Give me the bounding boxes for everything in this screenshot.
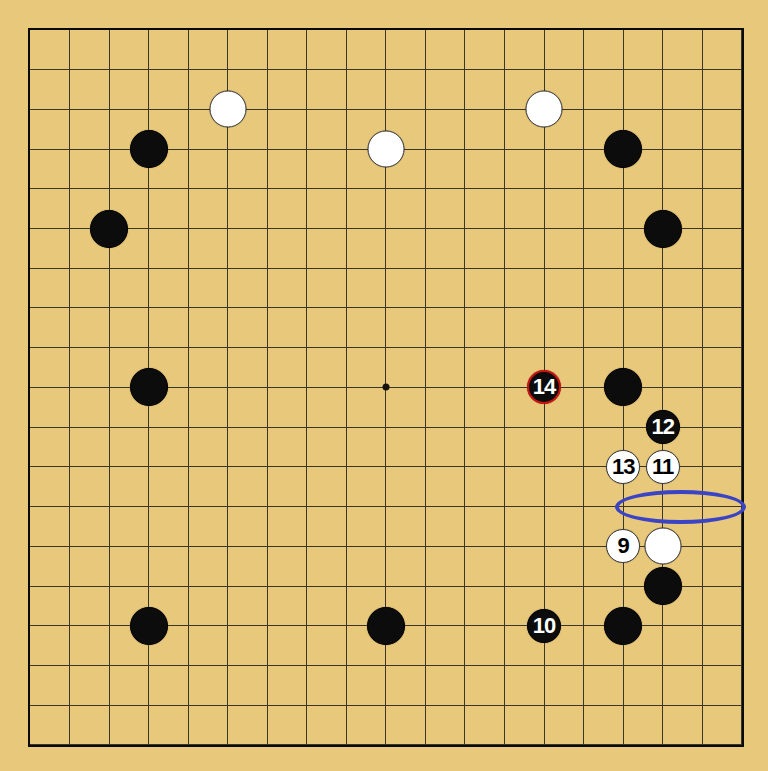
board-intersection[interactable] [722,368,762,408]
board-intersection[interactable] [208,725,248,765]
board-intersection[interactable] [603,209,643,249]
board-intersection[interactable] [524,209,564,249]
board-intersection[interactable] [129,90,169,130]
board-intersection[interactable] [485,288,525,328]
board-intersection[interactable] [485,566,525,606]
board-intersection[interactable] [208,328,248,368]
board-intersection[interactable] [722,407,762,447]
board-intersection[interactable] [722,248,762,288]
board-intersection[interactable] [287,50,327,90]
board-intersection[interactable] [564,368,604,408]
board-intersection[interactable] [564,646,604,686]
board-intersection[interactable] [445,129,485,169]
board-intersection[interactable] [682,487,722,527]
board-intersection[interactable] [10,566,50,606]
board-intersection[interactable] [287,566,327,606]
board-intersection[interactable] [722,566,762,606]
board-intersection[interactable]: 11 [643,447,683,487]
board-intersection[interactable] [603,10,643,50]
board-intersection[interactable] [327,487,367,527]
board-intersection[interactable] [50,169,90,209]
board-intersection[interactable] [327,288,367,328]
board-intersection[interactable] [485,368,525,408]
board-intersection[interactable] [682,129,722,169]
board-intersection[interactable] [485,487,525,527]
board-intersection[interactable] [643,129,683,169]
board-intersection[interactable] [247,368,287,408]
board-intersection[interactable] [722,50,762,90]
board-intersection[interactable] [722,685,762,725]
board-intersection[interactable] [208,169,248,209]
board-intersection[interactable] [643,566,683,606]
board-intersection[interactable] [445,328,485,368]
board-intersection[interactable] [564,447,604,487]
board-intersection[interactable] [603,725,643,765]
board-intersection[interactable] [564,407,604,447]
board-intersection[interactable] [366,288,406,328]
board-intersection[interactable] [129,248,169,288]
board-intersection[interactable] [168,646,208,686]
board-intersection[interactable] [485,526,525,566]
board-intersection[interactable] [10,248,50,288]
board-intersection[interactable] [643,487,683,527]
board-intersection[interactable] [722,447,762,487]
board-intersection[interactable] [564,288,604,328]
board-intersection[interactable] [247,606,287,646]
board-intersection[interactable] [643,725,683,765]
board-intersection[interactable] [10,526,50,566]
board-intersection[interactable] [445,725,485,765]
board-intersection[interactable] [50,606,90,646]
board-intersection[interactable] [89,90,129,130]
board-intersection[interactable] [129,725,169,765]
board-intersection[interactable] [129,606,169,646]
board-intersection[interactable] [327,447,367,487]
board-intersection[interactable] [406,328,446,368]
board-intersection[interactable] [168,129,208,169]
board-intersection[interactable] [50,646,90,686]
board-intersection[interactable] [485,248,525,288]
board-intersection[interactable] [168,328,208,368]
board-intersection[interactable] [445,447,485,487]
board-intersection[interactable] [722,129,762,169]
board-intersection[interactable] [327,129,367,169]
board-intersection[interactable] [168,606,208,646]
board-intersection[interactable] [247,407,287,447]
board-intersection[interactable] [89,725,129,765]
board-intersection[interactable] [682,90,722,130]
board-intersection[interactable] [366,169,406,209]
board-intersection[interactable] [89,368,129,408]
board-intersection[interactable] [722,288,762,328]
board-intersection[interactable] [208,646,248,686]
board-intersection[interactable] [406,685,446,725]
board-intersection[interactable] [366,526,406,566]
board-intersection[interactable] [445,288,485,328]
board-intersection[interactable] [524,725,564,765]
board-intersection[interactable] [366,50,406,90]
board-intersection[interactable] [168,685,208,725]
board-intersection[interactable] [168,487,208,527]
board-intersection[interactable] [524,447,564,487]
board-intersection[interactable] [287,368,327,408]
board-intersection[interactable] [287,646,327,686]
board-intersection[interactable] [129,368,169,408]
board-intersection[interactable] [327,248,367,288]
board-intersection[interactable] [208,368,248,408]
board-intersection[interactable] [406,90,446,130]
board-intersection[interactable] [564,566,604,606]
board-intersection[interactable] [722,646,762,686]
board-intersection[interactable] [247,646,287,686]
board-intersection[interactable] [524,328,564,368]
board-intersection[interactable] [247,487,287,527]
board-intersection[interactable] [603,129,643,169]
board-intersection[interactable] [208,288,248,328]
board-intersection[interactable] [10,169,50,209]
board-intersection[interactable] [564,606,604,646]
board-intersection[interactable] [247,288,287,328]
board-intersection[interactable]: 14 [524,368,564,408]
board-intersection[interactable] [89,646,129,686]
board-intersection[interactable] [564,90,604,130]
board-intersection[interactable] [287,90,327,130]
board-intersection[interactable] [406,606,446,646]
board-intersection[interactable] [564,725,604,765]
board-intersection[interactable] [287,685,327,725]
board-intersection[interactable] [485,328,525,368]
board-intersection[interactable] [485,407,525,447]
board-intersection[interactable] [445,209,485,249]
board-intersection[interactable] [208,487,248,527]
board-intersection[interactable] [722,526,762,566]
board-intersection[interactable] [406,288,446,328]
board-intersection[interactable] [50,10,90,50]
board-intersection[interactable] [287,129,327,169]
board-intersection[interactable] [564,328,604,368]
board-intersection[interactable] [89,526,129,566]
board-intersection[interactable] [485,169,525,209]
board-intersection[interactable] [524,566,564,606]
board-intersection[interactable] [643,526,683,566]
board-intersection[interactable] [208,10,248,50]
board-intersection[interactable] [643,10,683,50]
board-intersection[interactable] [524,526,564,566]
board-intersection[interactable] [208,447,248,487]
board-intersection[interactable] [485,447,525,487]
board-intersection[interactable] [722,10,762,50]
board-intersection[interactable] [366,407,406,447]
board-intersection[interactable] [168,90,208,130]
board-intersection[interactable] [10,90,50,130]
board-intersection[interactable] [682,606,722,646]
board-intersection[interactable] [129,50,169,90]
board-intersection[interactable] [168,169,208,209]
board-intersection[interactable] [524,129,564,169]
board-intersection[interactable] [524,407,564,447]
board-intersection[interactable] [445,606,485,646]
board-intersection[interactable] [168,566,208,606]
board-intersection[interactable] [682,169,722,209]
board-intersection[interactable] [682,447,722,487]
board-intersection[interactable] [722,169,762,209]
board-intersection[interactable] [643,248,683,288]
board-intersection[interactable] [208,526,248,566]
board-intersection[interactable] [445,248,485,288]
board-intersection[interactable] [247,447,287,487]
board-intersection[interactable] [445,50,485,90]
board-intersection[interactable] [208,566,248,606]
board-intersection[interactable] [327,50,367,90]
board-intersection[interactable]: 10 [524,606,564,646]
board-intersection[interactable] [129,169,169,209]
board-intersection[interactable] [406,50,446,90]
board-intersection[interactable] [445,566,485,606]
board-intersection[interactable] [564,248,604,288]
board-intersection[interactable] [603,487,643,527]
board-intersection[interactable] [564,526,604,566]
board-intersection[interactable] [168,407,208,447]
board-intersection[interactable] [247,129,287,169]
board-intersection[interactable] [603,90,643,130]
board-intersection[interactable] [287,447,327,487]
board-intersection[interactable] [168,209,208,249]
board-intersection[interactable] [524,288,564,328]
board-intersection[interactable] [445,368,485,408]
board-intersection[interactable] [10,209,50,249]
board-intersection[interactable] [168,368,208,408]
board-intersection[interactable] [643,90,683,130]
board-intersection[interactable] [168,248,208,288]
board-intersection[interactable] [89,606,129,646]
board-intersection[interactable] [603,566,643,606]
board-intersection[interactable] [485,129,525,169]
board-intersection[interactable] [366,368,406,408]
board-intersection[interactable] [10,50,50,90]
board-intersection[interactable] [564,487,604,527]
board-intersection[interactable] [682,328,722,368]
board-intersection[interactable] [89,685,129,725]
board-intersection[interactable] [682,288,722,328]
board-intersection[interactable] [603,368,643,408]
board-intersection[interactable] [564,10,604,50]
board-intersection[interactable] [89,248,129,288]
board-intersection[interactable] [327,169,367,209]
board-intersection[interactable] [89,447,129,487]
board-intersection[interactable] [682,10,722,50]
board-intersection[interactable] [50,725,90,765]
board-intersection[interactable] [366,447,406,487]
board-intersection[interactable] [10,606,50,646]
board-intersection[interactable] [722,90,762,130]
board-intersection[interactable] [643,685,683,725]
board-intersection[interactable] [406,407,446,447]
board-intersection[interactable] [603,646,643,686]
board-intersection[interactable] [524,50,564,90]
board-intersection[interactable] [89,566,129,606]
board-intersection[interactable] [406,487,446,527]
board-intersection[interactable] [129,526,169,566]
board-intersection[interactable] [287,526,327,566]
board-intersection[interactable] [129,10,169,50]
board-intersection[interactable] [89,50,129,90]
board-intersection[interactable] [406,368,446,408]
board-intersection[interactable] [327,606,367,646]
board-intersection[interactable] [406,248,446,288]
board-intersection[interactable] [722,487,762,527]
board-intersection[interactable] [406,129,446,169]
board-intersection[interactable] [208,90,248,130]
board-intersection[interactable] [50,407,90,447]
board-intersection[interactable] [366,209,406,249]
board-intersection[interactable] [247,725,287,765]
board-intersection[interactable] [406,646,446,686]
board-intersection[interactable]: 9 [603,526,643,566]
board-intersection[interactable] [445,526,485,566]
board-intersection[interactable] [208,248,248,288]
board-intersection[interactable]: 13 [603,447,643,487]
board-intersection[interactable] [524,646,564,686]
board-intersection[interactable] [168,526,208,566]
board-intersection[interactable] [366,646,406,686]
board-intersection[interactable] [682,50,722,90]
board-intersection[interactable] [287,407,327,447]
board-intersection[interactable] [89,288,129,328]
board-intersection[interactable] [10,288,50,328]
board-intersection[interactable] [10,447,50,487]
board-intersection[interactable] [287,209,327,249]
board-intersection[interactable] [524,248,564,288]
board-intersection[interactable] [247,209,287,249]
board-intersection[interactable] [406,566,446,606]
board-intersection[interactable] [287,606,327,646]
board-intersection[interactable] [247,248,287,288]
board-intersection[interactable] [643,368,683,408]
board-intersection[interactable] [208,407,248,447]
board-intersection[interactable] [485,685,525,725]
board-intersection[interactable] [247,685,287,725]
board-intersection[interactable] [327,368,367,408]
board-intersection[interactable] [89,169,129,209]
board-intersection[interactable] [247,50,287,90]
board-intersection[interactable] [129,566,169,606]
board-intersection[interactable] [89,10,129,50]
board-intersection[interactable] [564,685,604,725]
board-intersection[interactable] [327,407,367,447]
board-intersection[interactable] [445,169,485,209]
board-intersection[interactable] [445,646,485,686]
board-intersection[interactable] [406,209,446,249]
board-intersection[interactable] [485,209,525,249]
board-intersection[interactable] [129,487,169,527]
board-intersection[interactable] [366,90,406,130]
board-intersection[interactable] [208,685,248,725]
board-intersection[interactable] [485,646,525,686]
board-intersection[interactable] [722,209,762,249]
board-intersection[interactable] [50,526,90,566]
board-intersection[interactable] [406,725,446,765]
board-intersection[interactable] [327,328,367,368]
board-intersection[interactable] [50,248,90,288]
board-intersection[interactable] [129,447,169,487]
board-intersection[interactable] [524,487,564,527]
board-intersection[interactable] [406,447,446,487]
board-intersection[interactable] [247,566,287,606]
board-intersection[interactable] [287,248,327,288]
board-intersection[interactable] [327,685,367,725]
board-intersection[interactable] [366,328,406,368]
board-intersection[interactable] [603,606,643,646]
board-intersection[interactable] [10,725,50,765]
board-intersection[interactable] [10,487,50,527]
board-intersection[interactable] [327,566,367,606]
board-intersection[interactable] [287,169,327,209]
board-intersection[interactable] [485,725,525,765]
board-intersection[interactable] [168,725,208,765]
board-intersection[interactable] [485,50,525,90]
board-intersection[interactable] [129,288,169,328]
board-intersection[interactable] [327,10,367,50]
board-intersection[interactable] [406,10,446,50]
board-intersection[interactable] [208,129,248,169]
board-intersection[interactable] [208,606,248,646]
board-intersection[interactable] [50,487,90,527]
board-intersection[interactable] [485,10,525,50]
board-intersection[interactable] [50,209,90,249]
board-intersection[interactable] [445,407,485,447]
board-intersection[interactable] [603,248,643,288]
board-intersection[interactable] [445,10,485,50]
board-intersection[interactable] [643,50,683,90]
board-intersection[interactable] [287,328,327,368]
board-intersection[interactable] [129,328,169,368]
board-intersection[interactable] [129,209,169,249]
board-intersection[interactable] [445,487,485,527]
board-intersection[interactable] [50,447,90,487]
board-intersection[interactable] [366,248,406,288]
board-intersection[interactable] [89,328,129,368]
board-intersection[interactable] [722,606,762,646]
board-intersection[interactable] [50,129,90,169]
board-intersection[interactable] [247,169,287,209]
board-intersection[interactable] [10,328,50,368]
board-intersection[interactable] [524,169,564,209]
board-intersection[interactable] [50,50,90,90]
board-intersection[interactable] [89,209,129,249]
board-intersection[interactable] [50,368,90,408]
board-intersection[interactable] [10,368,50,408]
board-intersection[interactable] [366,129,406,169]
board-intersection[interactable] [89,407,129,447]
board-intersection[interactable] [168,50,208,90]
board-intersection[interactable] [722,328,762,368]
board-intersection[interactable] [287,725,327,765]
board-intersection[interactable] [327,725,367,765]
board-intersection[interactable] [327,526,367,566]
board-intersection[interactable] [643,169,683,209]
board-intersection[interactable] [643,209,683,249]
board-intersection[interactable] [485,606,525,646]
board-intersection[interactable] [10,685,50,725]
board-intersection[interactable] [524,10,564,50]
board-intersection[interactable] [247,328,287,368]
board-intersection[interactable] [564,129,604,169]
board-intersection[interactable] [366,566,406,606]
board-intersection[interactable] [129,129,169,169]
board-intersection[interactable] [603,288,643,328]
board-intersection[interactable] [327,90,367,130]
board-intersection[interactable] [643,288,683,328]
